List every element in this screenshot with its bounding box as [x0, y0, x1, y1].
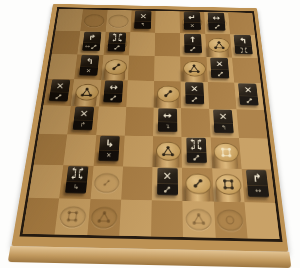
wood-cylinder-b5[interactable]: [74, 84, 99, 101]
square-d6[interactable]: [128, 56, 155, 81]
die-top-face: ✕: [185, 82, 204, 95]
start-watermark: [185, 208, 212, 230]
square-g7[interactable]: [205, 34, 232, 58]
black-die-g8[interactable]: ↔: [208, 12, 226, 30]
die-front-face: ↔: [82, 43, 100, 51]
die-front-face: ↴: [158, 122, 177, 132]
die-top-face: ↰: [80, 55, 99, 67]
die-top-face: ✕: [74, 106, 94, 120]
square-b8[interactable]: [80, 9, 107, 31]
square-d4[interactable]: [125, 107, 154, 136]
square-h1[interactable]: [244, 202, 279, 239]
turn-ul-icon: ↰: [141, 23, 146, 28]
die-front-face: [49, 92, 69, 101]
square-d2[interactable]: [121, 166, 152, 200]
square-d1[interactable]: [119, 200, 152, 237]
black-die-b2[interactable]: ↰↱↲↳↳: [65, 166, 88, 193]
dumbbell-icon: [90, 44, 97, 50]
dumbbell-icon: [193, 154, 201, 161]
square-g6[interactable]: ✕: [206, 57, 234, 83]
dumbbell-icon: [214, 24, 221, 29]
board-wood-edge: [8, 246, 292, 268]
square-b1[interactable]: [55, 198, 90, 235]
corner-down-icon: ↴: [165, 124, 170, 130]
square-c2[interactable]: [90, 166, 123, 200]
wood-cylinder-e5[interactable]: [156, 85, 179, 102]
black-die-f3[interactable]: ↰↱↲↳: [186, 137, 207, 163]
square-c8[interactable]: [105, 10, 131, 32]
square-a7[interactable]: [52, 31, 81, 55]
die-front-face: ↳: [65, 181, 87, 193]
black-die-e4[interactable]: ↔↴: [158, 108, 177, 132]
die-top-face: ↱: [246, 169, 268, 185]
square-g2[interactable]: [212, 168, 245, 202]
black-die-d8[interactable]: ✕↰: [134, 11, 151, 29]
arrow-lr-icon: ↔: [255, 188, 262, 195]
triangle-icon: [81, 87, 94, 97]
square-b7[interactable]: ↱↔: [77, 31, 105, 55]
square-a6[interactable]: [48, 54, 78, 79]
cylinder-top-face: [156, 141, 181, 160]
black-die-f7[interactable]: ↑: [184, 34, 202, 53]
black-die-b7[interactable]: ↱↔: [82, 31, 101, 50]
dumbbell-icon: [190, 46, 197, 52]
square-b3[interactable]: [64, 134, 96, 165]
square-icon: [66, 210, 80, 223]
black-die-h2[interactable]: ↱↔: [246, 169, 269, 197]
four-way-icon: ↰↱↲↳: [70, 168, 85, 180]
dumbbell-icon: [193, 178, 205, 189]
black-die-e2[interactable]: ✕: [157, 167, 178, 195]
square-icon: [222, 178, 235, 190]
square-f8[interactable]: ↵✕: [180, 11, 205, 33]
arrow-up-icon: ↑: [189, 35, 197, 43]
dumbbell-icon: [191, 96, 198, 102]
x-icon: ✕: [215, 59, 224, 67]
start-watermark: [59, 206, 87, 228]
square-icon: [220, 146, 232, 157]
dumbbell-icon: [113, 44, 120, 50]
square-g1[interactable]: [213, 202, 247, 239]
turn-dr-icon: ↳: [105, 138, 115, 148]
start-watermark: [90, 206, 117, 228]
square-g4[interactable]: ✕↰: [209, 109, 239, 138]
x-icon: ✕: [86, 68, 92, 73]
die-top-face: ↔: [104, 80, 123, 93]
ring-icon: [224, 214, 236, 226]
black-die-h7[interactable]: ↰↰↱↲↳: [234, 35, 253, 54]
start-watermark: [93, 173, 119, 193]
square-h5[interactable]: ✕: [234, 83, 264, 110]
die-front-face: [108, 43, 126, 51]
die-top-face: ✕: [210, 57, 228, 69]
wood-cylinder-g3[interactable]: [213, 142, 239, 161]
square-f1[interactable]: [183, 201, 216, 238]
wood-cylinder-f6[interactable]: [182, 61, 205, 77]
dumbbell-icon: [109, 94, 116, 100]
cylinder-top-face: [157, 85, 180, 102]
x-icon: ✕: [106, 152, 112, 159]
die-top-face: ✕: [213, 109, 233, 123]
die-front-face: ↰↱↲↳: [235, 46, 253, 54]
square-f2[interactable]: [182, 168, 213, 202]
die-top-face: ↰↱↲↳: [108, 32, 126, 44]
x-icon: ✕: [79, 108, 89, 118]
square-a8[interactable]: [56, 9, 84, 31]
die-top-face: ✕: [157, 167, 178, 183]
dumbbell-icon: [163, 185, 171, 193]
arrow-return-icon: ↵: [188, 13, 196, 20]
die-top-face: ↱: [83, 31, 101, 43]
square-c7[interactable]: ↰↱↲↳: [103, 32, 130, 56]
die-front-face: ✕: [79, 67, 98, 76]
triangle-icon: [213, 41, 224, 50]
die-front-face: ↔: [248, 185, 270, 197]
wood-cylinder-e3[interactable]: [155, 141, 180, 160]
black-die-c7[interactable]: ↰↱↲↳: [108, 32, 127, 51]
arrow-lr-icon: ↔: [212, 14, 220, 21]
die-top-face: ↑: [184, 34, 201, 46]
turn-ur-icon: ↱: [88, 33, 97, 41]
die-front-face: ✕: [98, 150, 119, 161]
square-f7[interactable]: ↑: [180, 33, 206, 57]
die-top-face: ↰↱↲↳: [66, 166, 88, 182]
square-d7[interactable]: [129, 32, 155, 56]
die-front-face: ↰: [134, 21, 151, 29]
die-front-face: [208, 23, 225, 31]
square-d5[interactable]: [126, 80, 154, 107]
square-h7[interactable]: ↰↰↱↲↳: [230, 34, 258, 58]
die-front-face: [103, 93, 122, 102]
die-top-face: ✕: [238, 83, 258, 96]
die-top-face: ↵: [184, 12, 201, 23]
dumbbell-icon: [103, 179, 111, 187]
black-die-h5[interactable]: ✕: [238, 83, 259, 105]
black-die-g4[interactable]: ✕↰: [213, 109, 234, 133]
four-way-icon: ↰↱↲↳: [189, 139, 202, 150]
cylinder-top-face: [183, 61, 206, 77]
square-h6[interactable]: [232, 58, 261, 84]
black-die-f8[interactable]: ↵✕: [184, 12, 201, 30]
square-g3[interactable]: [210, 137, 241, 168]
cylinder-top-face: [185, 173, 211, 194]
die-top-face: ↰: [234, 35, 252, 47]
square-d3[interactable]: [123, 136, 153, 167]
die-top-face: ✕: [135, 11, 152, 22]
turn-ul-icon: ↰: [85, 57, 94, 65]
square-e4[interactable]: ↔↴: [153, 108, 182, 137]
square-e1[interactable]: [151, 200, 183, 237]
square-f3[interactable]: ↰↱↲↳: [182, 137, 212, 168]
die-top-face: ↳: [99, 135, 120, 150]
wood-cylinder-f2[interactable]: [184, 173, 210, 194]
dumbbell-icon: [111, 63, 121, 71]
die-top-face: ✕: [50, 79, 70, 92]
square-b2[interactable]: ↰↱↲↳↳: [59, 165, 93, 199]
x-icon: ✕: [139, 12, 147, 19]
die-front-face: ↰: [214, 123, 234, 133]
square-c1[interactable]: [87, 199, 121, 236]
square-d8[interactable]: ✕↰: [130, 10, 155, 32]
square-a2[interactable]: [28, 165, 63, 199]
square-e3[interactable]: [152, 136, 182, 167]
square-b4[interactable]: ✕↱: [67, 106, 98, 135]
square-e5[interactable]: [154, 81, 182, 108]
square-h8[interactable]: [228, 12, 255, 34]
square-a5[interactable]: ✕: [43, 79, 74, 106]
x-icon: ✕: [190, 84, 199, 93]
start-watermark: [217, 209, 244, 231]
four-way-icon: ↰↱↲↳: [111, 33, 123, 41]
square-b6[interactable]: ↰✕: [74, 54, 103, 79]
turn-ur-icon: ↱: [80, 122, 86, 128]
die-top-face: ↰↱↲↳: [186, 137, 206, 152]
square-f4[interactable]: [181, 108, 210, 137]
die-front-face: [211, 69, 229, 78]
cylinder-top-face: [208, 38, 231, 53]
square-e7[interactable]: [155, 33, 181, 57]
dumbbell-icon: [217, 71, 224, 77]
square-e2[interactable]: ✕: [152, 167, 183, 201]
wood-cylinder-c6[interactable]: [103, 59, 126, 75]
wood-cylinder-g2[interactable]: [214, 174, 241, 195]
square-f5[interactable]: ✕: [181, 82, 209, 109]
die-top-face: ↔: [158, 108, 177, 122]
arrow-lr-icon: ↔: [109, 82, 118, 91]
square-h2[interactable]: ↱↔: [241, 169, 275, 203]
x-icon: ✕: [243, 85, 252, 94]
black-die-c3[interactable]: ↳✕: [98, 135, 120, 161]
x-icon: ✕: [163, 170, 172, 181]
dumbbell-icon: [55, 93, 63, 99]
square-g8[interactable]: ↔: [204, 12, 230, 34]
square-c4[interactable]: [96, 106, 126, 135]
square-a4[interactable]: [39, 105, 71, 134]
dumbbell-icon: [245, 97, 253, 103]
die-front-face: [185, 95, 204, 104]
turn-ul-icon: ↰: [239, 36, 248, 44]
triangle-icon: [162, 145, 174, 156]
triangle-icon: [97, 210, 111, 223]
black-die-b6[interactable]: ↰✕: [79, 55, 99, 76]
die-front-face: [157, 183, 178, 195]
die-front-face: ✕: [184, 22, 201, 30]
turn-ul-icon: ↰: [221, 125, 227, 131]
x-icon: ✕: [190, 24, 195, 29]
x-icon: ✕: [218, 111, 227, 121]
triangle-icon: [192, 212, 206, 225]
die-front-face: [239, 96, 258, 105]
square-e8[interactable]: [155, 11, 180, 33]
black-die-b4[interactable]: ✕↱: [73, 106, 95, 130]
turn-dr-icon: ↳: [73, 184, 80, 191]
square-f6[interactable]: [180, 57, 207, 82]
turn-ur-icon: ↱: [252, 172, 262, 183]
die-front-face: [184, 45, 202, 53]
square-e6[interactable]: [154, 56, 181, 81]
die-top-face: ↔: [208, 12, 225, 23]
die-front-face: ↱: [73, 120, 93, 130]
square-c3[interactable]: ↳✕: [93, 135, 124, 166]
four-way-icon: ↰↱↲↳: [239, 47, 248, 53]
arrow-lr-icon: ↔: [163, 110, 172, 120]
square-g5[interactable]: [207, 82, 236, 109]
black-die-a5[interactable]: ✕: [49, 79, 71, 101]
start-watermark: [83, 14, 105, 27]
black-die-g6[interactable]: ✕: [210, 57, 229, 78]
wood-cylinder-g7[interactable]: [207, 37, 230, 52]
black-die-c5[interactable]: ↔: [103, 80, 123, 102]
start-watermark: [108, 14, 129, 27]
square-h3[interactable]: [239, 138, 271, 170]
square-h4[interactable]: [236, 109, 267, 138]
game-board: ✕↰↵✕↔↱↔↰↱↲↳↑↰↰↱↲↳↰✕✕✕↔✕✕✕↱↔↴✕↰↳✕↰↱↲↳↰↱↲↳…: [11, 4, 288, 252]
square-b5[interactable]: [71, 79, 101, 106]
square-a3[interactable]: [34, 134, 68, 165]
die-front-face: [187, 152, 207, 163]
square-a1[interactable]: [23, 198, 60, 235]
dumbbell-icon: [163, 89, 173, 98]
board-grid: ✕↰↵✕↔↱↔↰↱↲↳↑↰↰↱↲↳↰✕✕✕↔✕✕✕↱↔↴✕↰↳✕↰↱↲↳↰↱↲↳…: [19, 7, 282, 242]
square-c6[interactable]: [101, 55, 129, 80]
black-die-f5[interactable]: ✕: [185, 82, 204, 104]
x-icon: ✕: [55, 81, 65, 90]
square-c5[interactable]: ↔: [99, 80, 128, 107]
photo-scene: ✕↰↵✕↔↱↔↰↱↲↳↑↰↰↱↲↳↰✕✕✕↔✕✕✕↱↔↴✕↰↳✕↰↱↲↳↰↱↲↳…: [0, 0, 300, 268]
triangle-icon: [189, 64, 200, 73]
